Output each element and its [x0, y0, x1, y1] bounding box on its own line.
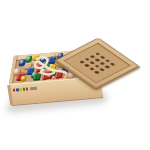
brand-stamp	[13, 87, 38, 93]
peg-hole[interactable]	[104, 59, 110, 63]
peg-hole[interactable]	[89, 61, 95, 65]
peg-hole[interactable]	[94, 64, 100, 68]
peg-hole[interactable]	[89, 67, 95, 71]
peg-hole[interactable]	[94, 58, 100, 62]
peg-hole[interactable]	[104, 65, 110, 69]
peg-hole[interactable]	[79, 60, 85, 64]
peg-hole[interactable]	[95, 52, 101, 56]
peg-hole[interactable]	[100, 55, 106, 59]
peg-hole[interactable]	[99, 62, 105, 66]
peg-hole[interactable]	[84, 57, 90, 61]
pegboard-grid	[77, 51, 118, 75]
product-photo-wooden-peg-game	[0, 0, 150, 150]
peg-hole[interactable]	[109, 62, 115, 66]
peg-hole[interactable]	[84, 63, 90, 67]
peg-hole[interactable]	[89, 55, 95, 59]
peg-hole[interactable]	[94, 70, 100, 74]
peg-hole[interactable]	[99, 68, 105, 72]
